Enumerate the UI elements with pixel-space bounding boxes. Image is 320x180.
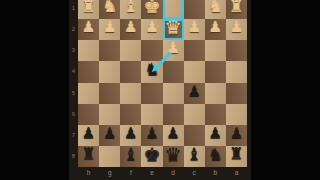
- piece-white-pawn-b2[interactable]: ♟: [209, 20, 222, 35]
- square-c6[interactable]: [184, 104, 205, 125]
- piece-black-bishop-f8[interactable]: ♝: [123, 146, 138, 163]
- piece-black-pawn-b7[interactable]: ♟: [209, 126, 222, 141]
- file-label-a: a: [226, 167, 247, 179]
- square-h7[interactable]: ♟: [78, 125, 99, 146]
- file-label-g: g: [99, 167, 120, 179]
- square-f3[interactable]: [120, 40, 141, 61]
- file-label-c: c: [184, 167, 205, 179]
- piece-black-pawn-a7[interactable]: ♟: [230, 126, 243, 141]
- square-e4[interactable]: ♞: [141, 61, 162, 82]
- square-d5[interactable]: [163, 83, 184, 104]
- piece-white-pawn-h2[interactable]: ♟: [82, 20, 95, 35]
- file-label-h: h: [78, 167, 99, 179]
- rank-labels: 12345678: [69, 0, 78, 167]
- rank-label-7: 7: [69, 125, 78, 146]
- piece-black-rook-h8[interactable]: ♜: [81, 146, 95, 162]
- square-a1[interactable]: ♜: [226, 0, 247, 19]
- square-h2[interactable]: ♟: [78, 19, 99, 40]
- piece-black-pawn-g7[interactable]: ♟: [103, 126, 116, 141]
- square-f1[interactable]: ♝: [120, 0, 141, 19]
- square-b8[interactable]: ♞: [205, 146, 226, 167]
- piece-black-knight-b8[interactable]: ♞: [208, 146, 223, 163]
- square-c1[interactable]: [184, 0, 205, 19]
- square-g5[interactable]: [99, 83, 120, 104]
- piece-white-pawn-f2[interactable]: ♟: [124, 20, 137, 35]
- piece-white-pawn-a2[interactable]: ♟: [230, 20, 243, 35]
- square-f5[interactable]: [120, 83, 141, 104]
- piece-white-queen-d2[interactable]: ♛: [165, 18, 182, 37]
- piece-white-pawn-c2[interactable]: ♟: [187, 20, 200, 35]
- square-d6[interactable]: [163, 104, 184, 125]
- square-c7[interactable]: [184, 125, 205, 146]
- piece-black-pawn-e7[interactable]: ♟: [145, 126, 158, 141]
- square-d3[interactable]: ♟: [163, 40, 184, 61]
- square-h6[interactable]: [78, 104, 99, 125]
- square-a2[interactable]: ♟: [226, 19, 247, 40]
- piece-black-pawn-f7[interactable]: ♟: [124, 126, 137, 141]
- square-b5[interactable]: [205, 83, 226, 104]
- square-e5[interactable]: [141, 83, 162, 104]
- piece-black-king-e8[interactable]: ♚: [143, 145, 160, 164]
- rank-label-1: 1: [69, 0, 78, 19]
- rank-label-4: 4: [69, 61, 78, 82]
- piece-black-pawn-h7[interactable]: ♟: [82, 126, 95, 141]
- rank-label-5: 5: [69, 83, 78, 104]
- square-g7[interactable]: ♟: [99, 125, 120, 146]
- piece-black-rook-a8[interactable]: ♜: [229, 146, 243, 162]
- file-label-f: f: [120, 167, 141, 179]
- square-f2[interactable]: ♟: [120, 19, 141, 40]
- rank-label-6: 6: [69, 104, 78, 125]
- piece-black-knight-e4[interactable]: ♞: [144, 61, 159, 78]
- letterbox-right: [251, 0, 320, 180]
- square-d2[interactable]: ♛: [163, 19, 184, 40]
- piece-black-pawn-d7[interactable]: ♟: [166, 126, 179, 141]
- square-f7[interactable]: ♟: [120, 125, 141, 146]
- rank-label-2: 2: [69, 19, 78, 40]
- piece-white-knight-b1[interactable]: ♞: [208, 0, 223, 15]
- piece-black-pawn-c5[interactable]: ♟: [187, 84, 200, 99]
- piece-black-queen-d8[interactable]: ♛: [165, 145, 182, 164]
- piece-white-pawn-d3[interactable]: ♟: [166, 41, 179, 56]
- rank-label-8: 8: [69, 146, 78, 167]
- square-g1[interactable]: ♞: [99, 0, 120, 19]
- square-a3[interactable]: [226, 40, 247, 61]
- app-screen: 12345678 ♜♞♝♚♞♜♟♟♟♟♛♟♟♟♟♞♟♟♟♟♟♟♟♟♜♝♚♛♝♞♜…: [0, 0, 320, 180]
- piece-white-king-e1[interactable]: ♚: [143, 0, 160, 16]
- square-c3[interactable]: [184, 40, 205, 61]
- square-a6[interactable]: [226, 104, 247, 125]
- square-c2[interactable]: ♟: [184, 19, 205, 40]
- square-h4[interactable]: [78, 61, 99, 82]
- square-f8[interactable]: ♝: [120, 146, 141, 167]
- square-c5[interactable]: ♟: [184, 83, 205, 104]
- file-label-d: d: [163, 167, 184, 179]
- square-h5[interactable]: [78, 83, 99, 104]
- piece-white-knight-g1[interactable]: ♞: [102, 0, 117, 15]
- square-g2[interactable]: ♟: [99, 19, 120, 40]
- square-c8[interactable]: ♝: [184, 146, 205, 167]
- square-a4[interactable]: [226, 61, 247, 82]
- square-g4[interactable]: [99, 61, 120, 82]
- square-b4[interactable]: [205, 61, 226, 82]
- square-b1[interactable]: ♞: [205, 0, 226, 19]
- square-b2[interactable]: ♟: [205, 19, 226, 40]
- square-h8[interactable]: ♜: [78, 146, 99, 167]
- square-a5[interactable]: [226, 83, 247, 104]
- square-d4[interactable]: [163, 61, 184, 82]
- square-e3[interactable]: [141, 40, 162, 61]
- square-g3[interactable]: [99, 40, 120, 61]
- square-c4[interactable]: [184, 61, 205, 82]
- file-labels: hgfedcba: [78, 167, 247, 179]
- square-h1[interactable]: ♜: [78, 0, 99, 19]
- square-h3[interactable]: [78, 40, 99, 61]
- rank-label-3: 3: [69, 40, 78, 61]
- square-a8[interactable]: ♜: [226, 146, 247, 167]
- piece-black-bishop-c8[interactable]: ♝: [187, 146, 202, 163]
- piece-white-pawn-g2[interactable]: ♟: [103, 20, 116, 35]
- square-e8[interactable]: ♚: [141, 146, 162, 167]
- piece-white-pawn-e2[interactable]: ♟: [145, 20, 158, 35]
- square-g8[interactable]: [99, 146, 120, 167]
- square-g6[interactable]: [99, 104, 120, 125]
- square-b6[interactable]: [205, 104, 226, 125]
- square-e6[interactable]: [141, 104, 162, 125]
- piece-white-rook-a1[interactable]: ♜: [229, 0, 243, 15]
- square-e1[interactable]: ♚: [141, 0, 162, 19]
- square-f6[interactable]: [120, 104, 141, 125]
- square-b3[interactable]: [205, 40, 226, 61]
- square-f4[interactable]: [120, 61, 141, 82]
- square-e2[interactable]: ♟: [141, 19, 162, 40]
- square-b7[interactable]: ♟: [205, 125, 226, 146]
- square-d8[interactable]: ♛: [163, 146, 184, 167]
- letterbox-left: [0, 0, 69, 180]
- square-a7[interactable]: ♟: [226, 125, 247, 146]
- piece-white-bishop-f1[interactable]: ♝: [123, 0, 138, 15]
- piece-white-rook-h1[interactable]: ♜: [81, 0, 95, 15]
- file-label-e: e: [141, 167, 162, 179]
- chess-board[interactable]: ♜♞♝♚♞♜♟♟♟♟♛♟♟♟♟♞♟♟♟♟♟♟♟♟♜♝♚♛♝♞♜: [78, 0, 247, 167]
- file-label-b: b: [205, 167, 226, 179]
